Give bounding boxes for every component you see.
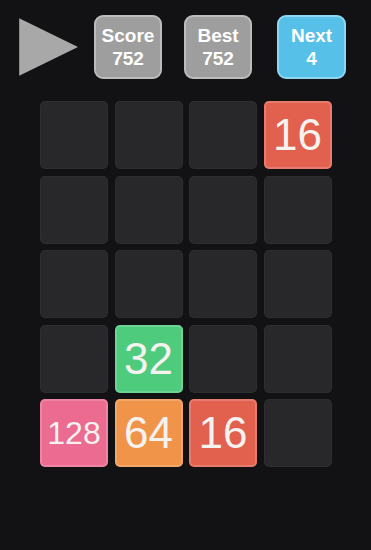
tile-128-r5c1: 128 — [40, 399, 108, 467]
empty-cell-r1c1 — [40, 101, 108, 169]
empty-cell-r3c4 — [264, 250, 332, 318]
empty-cell-r3c1 — [40, 250, 108, 318]
empty-cell-r2c3 — [189, 176, 257, 244]
score-display: Score 752 — [94, 15, 162, 79]
next-label: Next — [291, 24, 332, 47]
tile-16-r5c3: 16 — [189, 399, 257, 467]
best-display: Best 752 — [184, 15, 252, 79]
empty-cell-r2c2 — [115, 176, 183, 244]
empty-cell-r4c1 — [40, 325, 108, 393]
tile-32-r4c2: 32 — [115, 325, 183, 393]
empty-cell-r1c2 — [115, 101, 183, 169]
best-label: Best — [197, 24, 238, 47]
score-value: 752 — [112, 47, 144, 70]
empty-cell-r5c4 — [264, 399, 332, 467]
empty-cell-r2c1 — [40, 176, 108, 244]
empty-cell-r2c4 — [264, 176, 332, 244]
empty-cell-r3c2 — [115, 250, 183, 318]
empty-cell-r4c4 — [264, 325, 332, 393]
best-value: 752 — [202, 47, 234, 70]
empty-cell-r1c3 — [189, 101, 257, 169]
empty-cell-r3c3 — [189, 250, 257, 318]
play-button[interactable] — [18, 17, 78, 77]
score-label: Score — [102, 24, 155, 47]
tile-16-r1c4: 16 — [264, 101, 332, 169]
empty-cell-r4c3 — [189, 325, 257, 393]
play-icon — [18, 17, 78, 77]
next-value: 4 — [306, 47, 317, 70]
game-board[interactable]: 16321286416 — [40, 101, 332, 467]
next-tile-display: Next 4 — [277, 15, 346, 79]
game-screen: Score 752 Best 752 Next 4 16321286416 — [0, 0, 371, 550]
tile-64-r5c2: 64 — [115, 399, 183, 467]
